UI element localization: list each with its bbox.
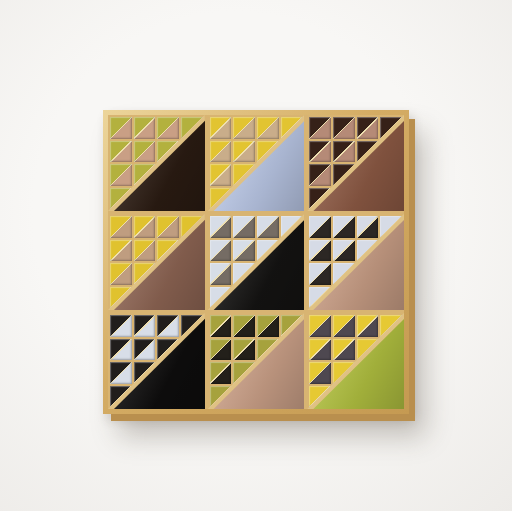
stud-cell: [333, 216, 355, 238]
stud-cell: [157, 216, 179, 238]
stud-cell: [309, 263, 331, 285]
stud-cell: [134, 339, 156, 361]
stud-cell: [157, 117, 179, 139]
stud-cell: [134, 117, 156, 139]
stud-cell: [210, 164, 232, 186]
stud-cell: [210, 339, 232, 361]
quilt-block-r3c2: [208, 313, 305, 409]
stud-cell: [257, 216, 279, 238]
stud-cell: [233, 315, 255, 337]
quilt-block-r3c3: [307, 313, 404, 409]
stud-cell: [210, 315, 232, 337]
pin-grid: [108, 115, 404, 409]
stud-cell: [333, 117, 355, 139]
stud-cell: [233, 141, 255, 163]
stud-cell: [134, 315, 156, 337]
stud-cell: [309, 216, 331, 238]
stud-cell: [110, 141, 132, 163]
stud-cell: [233, 339, 255, 361]
stud-cell: [309, 240, 331, 262]
stud-cell: [257, 117, 279, 139]
stud-cell: [134, 216, 156, 238]
stud-cell: [309, 164, 331, 186]
stud-cell: [210, 117, 232, 139]
stud-cell: [210, 240, 232, 262]
stud-cell: [134, 240, 156, 262]
stud-cell: [210, 216, 232, 238]
enamel-pin: [103, 110, 409, 414]
stud-cell: [233, 117, 255, 139]
stud-cell: [110, 362, 132, 384]
quilt-block-r2c2: [208, 214, 305, 310]
stud-cell: [257, 315, 279, 337]
stud-cell: [333, 339, 355, 361]
stud-cell: [233, 216, 255, 238]
stud-cell: [110, 240, 132, 262]
stud-cell: [333, 240, 355, 262]
stud-cell: [309, 117, 331, 139]
stud-cell: [210, 141, 232, 163]
stud-cell: [210, 263, 232, 285]
stud-cell: [157, 315, 179, 337]
stud-cell: [309, 315, 331, 337]
stud-cell: [233, 240, 255, 262]
quilt-block-r1c1: [108, 115, 205, 211]
stud-cell: [210, 362, 232, 384]
quilt-block-r2c1: [108, 214, 205, 310]
quilt-block-r2c3: [307, 214, 404, 310]
stud-cell: [110, 164, 132, 186]
stud-cell: [309, 141, 331, 163]
stud-cell: [110, 339, 132, 361]
stud-cell: [110, 216, 132, 238]
stud-cell: [309, 339, 331, 361]
stud-cell: [110, 263, 132, 285]
stud-cell: [110, 117, 132, 139]
stud-cell: [357, 315, 379, 337]
stud-cell: [357, 216, 379, 238]
stud-cell: [309, 362, 331, 384]
quilt-block-r3c1: [108, 313, 205, 409]
stud-cell: [110, 315, 132, 337]
quilt-block-r1c2: [208, 115, 305, 211]
quilt-block-r1c3: [307, 115, 404, 211]
stud-cell: [333, 315, 355, 337]
stud-cell: [333, 141, 355, 163]
stud-cell: [357, 117, 379, 139]
stud-cell: [134, 141, 156, 163]
photo-background: [0, 0, 512, 511]
